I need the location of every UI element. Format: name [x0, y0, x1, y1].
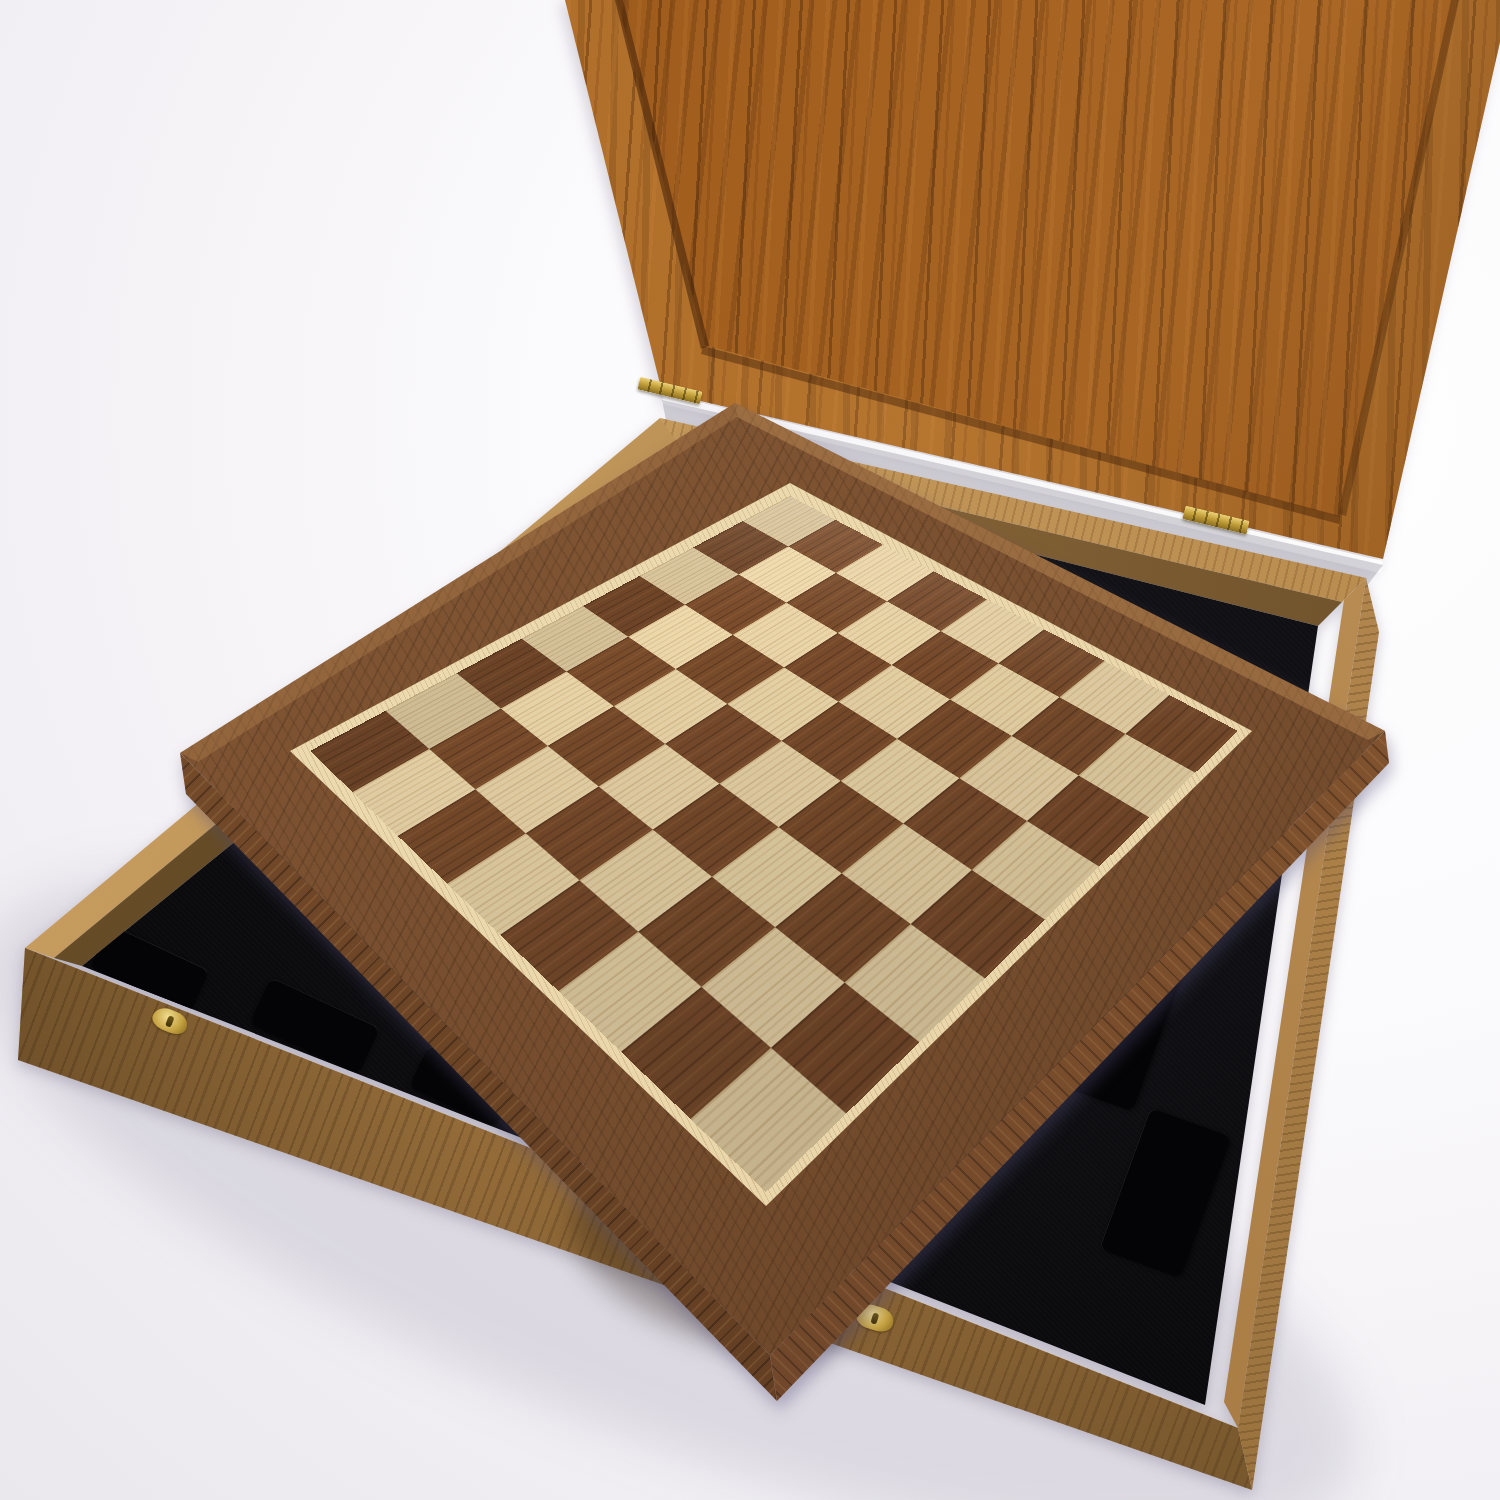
chessboard [0, 0, 1500, 1500]
product-photo-scene [0, 0, 1500, 1500]
